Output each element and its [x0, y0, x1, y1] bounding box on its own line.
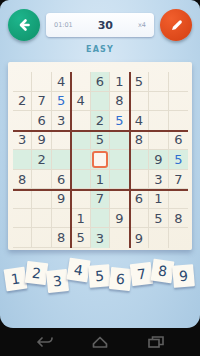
cell-r8c1[interactable]: [13, 209, 32, 229]
sudoku-board: 461527548632543958629586137976119588539: [8, 62, 192, 250]
cell-r9c2[interactable]: [32, 228, 51, 248]
cell-r1c1[interactable]: [13, 72, 32, 92]
cell-r6c4[interactable]: [71, 170, 90, 190]
cell-r8c5[interactable]: [91, 209, 110, 229]
cell-r5c5[interactable]: [91, 150, 110, 170]
cell-r5c8[interactable]: 9: [149, 150, 168, 170]
cell-r7c1[interactable]: [13, 189, 32, 209]
box-line-v2: [129, 72, 131, 248]
cell-r8c8[interactable]: 5: [149, 209, 168, 229]
cell-r5c4[interactable]: [71, 150, 90, 170]
cell-r9c5[interactable]: 3: [91, 228, 110, 248]
numpad-tile-2[interactable]: 2: [25, 261, 49, 285]
cell-r2c7[interactable]: [130, 92, 149, 112]
cell-r3c7[interactable]: 4: [130, 111, 149, 131]
cell-r9c6[interactable]: [110, 228, 129, 248]
back-arrow-icon: [16, 17, 32, 33]
box-line-h2: [13, 189, 188, 191]
cell-r8c3[interactable]: [52, 209, 71, 229]
cell-r2c3[interactable]: 5: [52, 92, 71, 112]
cell-r1c9[interactable]: [169, 72, 188, 92]
numpad-tile-7[interactable]: 7: [130, 262, 154, 286]
cell-r3c9[interactable]: [169, 111, 188, 131]
cell-r9c4[interactable]: 5: [71, 228, 90, 248]
cell-r7c6[interactable]: [110, 189, 129, 209]
numpad-tile-9[interactable]: 9: [172, 264, 195, 288]
cell-r3c4[interactable]: [71, 111, 90, 131]
cell-r2c8[interactable]: [149, 92, 168, 112]
android-nav-bar: [0, 328, 200, 356]
numpad-tile-8[interactable]: 8: [151, 259, 175, 284]
cell-r4c5[interactable]: 5: [91, 131, 110, 151]
cell-r1c8[interactable]: [149, 72, 168, 92]
cell-r5c1[interactable]: [13, 150, 32, 170]
nav-recents-button[interactable]: [145, 335, 167, 349]
counter-label: 30: [98, 19, 113, 32]
numpad-tile-1[interactable]: 1: [4, 267, 28, 292]
cell-r3c8[interactable]: [149, 111, 168, 131]
phone-frame: 01:01 30 x4 EASY 46152754863254395862958…: [0, 0, 200, 356]
cell-r4c4[interactable]: [71, 131, 90, 151]
cell-r1c5[interactable]: 6: [91, 72, 110, 92]
cell-r4c6[interactable]: [110, 131, 129, 151]
cell-r9c9[interactable]: [169, 228, 188, 248]
cell-r2c9[interactable]: [169, 92, 188, 112]
cell-r6c1[interactable]: 8: [13, 170, 32, 190]
cell-r7c4[interactable]: [71, 189, 90, 209]
cell-r7c2[interactable]: [32, 189, 51, 209]
cell-r7c8[interactable]: 1: [149, 189, 168, 209]
cell-r6c8[interactable]: 3: [149, 170, 168, 190]
cell-r1c2[interactable]: [32, 72, 51, 92]
pencil-icon: [169, 18, 184, 33]
cell-r4c7[interactable]: 8: [130, 131, 149, 151]
app-screen: 01:01 30 x4 EASY 46152754863254395862958…: [0, 0, 200, 328]
cell-r2c4[interactable]: 4: [71, 92, 90, 112]
cell-r8c2[interactable]: [32, 209, 51, 229]
cell-r3c2[interactable]: 6: [32, 111, 51, 131]
cell-r5c3[interactable]: [52, 150, 71, 170]
sudoku-grid: 461527548632543958629586137976119588539: [13, 72, 188, 248]
cell-r6c9[interactable]: 7: [169, 170, 188, 190]
back-button[interactable]: [8, 9, 40, 41]
cell-r6c6[interactable]: [110, 170, 129, 190]
difficulty-label: EASY: [0, 45, 200, 54]
numpad-tile-6[interactable]: 6: [109, 267, 132, 291]
cell-r1c3[interactable]: 4: [52, 72, 71, 92]
cell-r7c5[interactable]: 7: [91, 189, 110, 209]
cell-r6c3[interactable]: 6: [52, 170, 71, 190]
cell-r1c4[interactable]: [71, 72, 90, 92]
cell-r7c7[interactable]: 6: [130, 189, 149, 209]
cell-r4c9[interactable]: 6: [169, 131, 188, 151]
cell-r7c3[interactable]: 9: [52, 189, 71, 209]
numpad-tile-3[interactable]: 3: [46, 269, 69, 293]
cell-r4c3[interactable]: [52, 131, 71, 151]
cell-r5c2[interactable]: 2: [32, 150, 51, 170]
cell-r8c9[interactable]: 8: [169, 209, 188, 229]
timer-label: 01:01: [54, 21, 73, 29]
nav-back-icon: [35, 335, 55, 349]
cell-r8c7[interactable]: [130, 209, 149, 229]
cell-r5c6[interactable]: [110, 150, 129, 170]
cell-r2c2[interactable]: 7: [32, 92, 51, 112]
cell-r9c7[interactable]: 9: [130, 228, 149, 248]
cell-r9c3[interactable]: 8: [52, 228, 71, 248]
cell-r2c5[interactable]: [91, 92, 110, 112]
cell-r7c9[interactable]: [169, 189, 188, 209]
number-pad: 123456789: [0, 258, 200, 298]
cell-r9c1[interactable]: [13, 228, 32, 248]
cell-r6c2[interactable]: [32, 170, 51, 190]
numpad-tile-4[interactable]: 4: [66, 257, 90, 282]
box-line-v1: [70, 72, 72, 248]
cell-r4c2[interactable]: 9: [32, 131, 51, 151]
status-pill: 01:01 30 x4: [46, 13, 154, 37]
multiplier-label: x4: [138, 21, 146, 29]
nav-home-button[interactable]: [89, 335, 111, 349]
cell-r3c3[interactable]: 3: [52, 111, 71, 131]
cell-r9c8[interactable]: [149, 228, 168, 248]
cell-r6c7[interactable]: [130, 170, 149, 190]
cell-r6c5[interactable]: 1: [91, 170, 110, 190]
cell-r3c1[interactable]: [13, 111, 32, 131]
cell-r4c8[interactable]: [149, 131, 168, 151]
cell-r8c6[interactable]: 9: [110, 209, 129, 229]
cell-r5c9[interactable]: 5: [169, 150, 188, 170]
cell-r1c7[interactable]: 5: [130, 72, 149, 92]
cell-r1c6[interactable]: 1: [110, 72, 129, 92]
cell-r5c7[interactable]: [130, 150, 149, 170]
cell-r8c4[interactable]: 1: [71, 209, 90, 229]
nav-back-button[interactable]: [34, 335, 56, 349]
cell-r3c5[interactable]: 2: [91, 111, 110, 131]
cell-r2c1[interactable]: 2: [13, 92, 32, 112]
cell-r4c1[interactable]: 3: [13, 131, 32, 151]
nav-recents-icon: [146, 335, 166, 349]
numpad-tile-5[interactable]: 5: [88, 264, 110, 287]
box-line-h1: [13, 130, 188, 132]
cell-r3c6[interactable]: 5: [110, 111, 129, 131]
pencil-button[interactable]: [160, 9, 192, 41]
nav-home-icon: [90, 335, 110, 349]
cell-r2c6[interactable]: 8: [110, 92, 129, 112]
